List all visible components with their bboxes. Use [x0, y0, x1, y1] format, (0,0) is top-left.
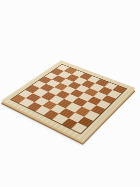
chess-board-scene [22, 46, 118, 142]
board-grid [10, 63, 127, 134]
product-photo-background [0, 0, 140, 187]
chess-board [1, 60, 135, 141]
